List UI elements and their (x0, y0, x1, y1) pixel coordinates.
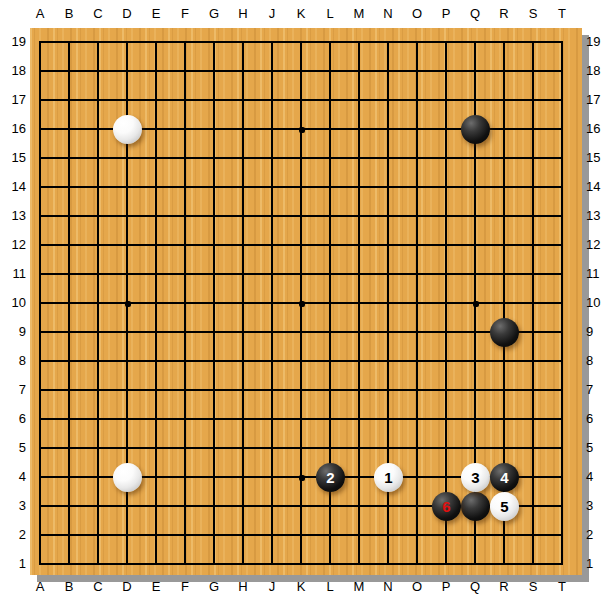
column-label-top-G: G (209, 6, 219, 22)
black-stone-L4[interactable]: 2 (316, 463, 345, 492)
column-label-top-F: F (181, 6, 189, 22)
column-label-bottom-A: A (36, 579, 45, 595)
column-label-top-Q: Q (470, 6, 480, 22)
column-label-top-R: R (499, 6, 508, 22)
move-number-label: 5 (500, 499, 508, 514)
column-label-bottom-D: D (122, 579, 131, 595)
row-label-right-17: 17 (586, 92, 603, 108)
column-label-top-S: S (529, 6, 538, 22)
row-label-left-14: 14 (0, 179, 26, 195)
star-point-D10 (125, 301, 131, 307)
white-stone-D16[interactable] (113, 115, 142, 144)
black-stone-R9[interactable] (490, 318, 519, 347)
column-label-bottom-O: O (412, 579, 422, 595)
row-label-right-2: 2 (586, 527, 603, 543)
column-label-bottom-L: L (326, 579, 333, 595)
column-label-bottom-M: M (354, 579, 365, 595)
row-label-left-18: 18 (0, 63, 26, 79)
column-label-top-L: L (326, 6, 333, 22)
row-label-right-12: 12 (586, 237, 603, 253)
black-stone-R4[interactable]: 4 (490, 463, 519, 492)
row-label-right-18: 18 (586, 63, 603, 79)
column-label-bottom-P: P (442, 579, 451, 595)
move-number-label: 1 (384, 470, 392, 485)
column-label-bottom-G: G (209, 579, 219, 595)
column-label-top-N: N (383, 6, 392, 22)
column-label-bottom-H: H (238, 579, 247, 595)
column-label-bottom-R: R (499, 579, 508, 595)
column-label-bottom-B: B (65, 579, 74, 595)
star-point-K10 (299, 301, 305, 307)
column-label-bottom-E: E (152, 579, 161, 595)
star-point-K16 (299, 127, 305, 133)
column-label-bottom-S: S (529, 579, 538, 595)
black-stone-Q3[interactable] (461, 492, 490, 521)
row-label-right-5: 5 (586, 440, 603, 456)
white-stone-N4[interactable]: 1 (374, 463, 403, 492)
black-stone-Q16[interactable] (461, 115, 490, 144)
column-label-bottom-F: F (181, 579, 189, 595)
white-stone-R3[interactable]: 5 (490, 492, 519, 521)
row-label-left-16: 16 (0, 121, 26, 137)
column-label-top-J: J (269, 6, 276, 22)
column-label-bottom-J: J (269, 579, 276, 595)
row-label-left-17: 17 (0, 92, 26, 108)
row-label-left-9: 9 (0, 324, 26, 340)
row-label-right-9: 9 (586, 324, 603, 340)
row-label-left-12: 12 (0, 237, 26, 253)
row-label-left-13: 13 (0, 208, 26, 224)
black-stone-P3[interactable]: 6 (432, 492, 461, 521)
row-label-right-11: 11 (586, 266, 603, 282)
row-label-left-4: 4 (0, 469, 26, 485)
row-label-left-3: 3 (0, 498, 26, 514)
row-label-right-10: 10 (586, 295, 603, 311)
column-label-top-M: M (354, 6, 365, 22)
row-label-right-4: 4 (586, 469, 603, 485)
column-label-bottom-K: K (297, 579, 306, 595)
row-label-left-15: 15 (0, 150, 26, 166)
row-label-left-7: 7 (0, 382, 26, 398)
white-stone-D4[interactable] (113, 463, 142, 492)
go-diagram-page: 123456 AABBCCDDEEFFGGHHJJKKLLMMNNOOPPQQR… (0, 0, 603, 601)
column-label-bottom-N: N (383, 579, 392, 595)
column-label-bottom-T: T (558, 579, 566, 595)
row-label-right-13: 13 (586, 208, 603, 224)
move-number-label: 3 (471, 470, 479, 485)
row-label-left-8: 8 (0, 353, 26, 369)
row-label-left-1: 1 (0, 556, 26, 572)
row-label-left-11: 11 (0, 266, 26, 282)
row-label-left-19: 19 (0, 34, 26, 50)
row-label-right-16: 16 (586, 121, 603, 137)
column-label-top-K: K (297, 6, 306, 22)
column-label-top-O: O (412, 6, 422, 22)
white-stone-Q4[interactable]: 3 (461, 463, 490, 492)
row-label-right-1: 1 (586, 556, 603, 572)
column-label-top-A: A (36, 6, 45, 22)
row-label-right-14: 14 (586, 179, 603, 195)
row-label-left-2: 2 (0, 527, 26, 543)
column-label-top-P: P (442, 6, 451, 22)
column-label-top-D: D (122, 6, 131, 22)
row-label-left-5: 5 (0, 440, 26, 456)
go-board[interactable]: 123456 (30, 28, 582, 575)
move-number-label: 6 (442, 499, 450, 514)
column-label-top-C: C (93, 6, 102, 22)
row-label-right-8: 8 (586, 353, 603, 369)
star-point-Q10 (473, 301, 479, 307)
row-label-left-10: 10 (0, 295, 26, 311)
row-label-right-15: 15 (586, 150, 603, 166)
column-label-top-T: T (558, 6, 566, 22)
row-label-left-6: 6 (0, 411, 26, 427)
column-label-bottom-C: C (93, 579, 102, 595)
column-label-top-H: H (238, 6, 247, 22)
row-label-right-6: 6 (586, 411, 603, 427)
column-label-top-E: E (152, 6, 161, 22)
row-label-right-19: 19 (586, 34, 603, 50)
column-label-bottom-Q: Q (470, 579, 480, 595)
row-label-right-7: 7 (586, 382, 603, 398)
move-number-label: 2 (326, 470, 334, 485)
star-point-K4 (299, 475, 305, 481)
move-number-label: 4 (500, 470, 508, 485)
row-label-right-3: 3 (586, 498, 603, 514)
column-label-top-B: B (65, 6, 74, 22)
